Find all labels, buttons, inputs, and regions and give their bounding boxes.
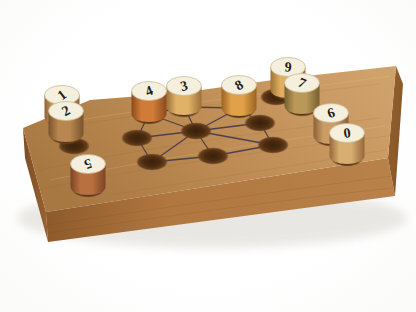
peg-6-number: 6 [284, 59, 292, 75]
puzzle-board-scene: 6738412905 [0, 0, 416, 312]
peg-0[interactable]: 0 [330, 124, 365, 167]
peg-3[interactable]: 3 [167, 77, 202, 118]
web-hole-W[interactable] [122, 130, 153, 147]
product-photo: 6738412905 [0, 0, 416, 312]
peg-2[interactable]: 2 [49, 102, 84, 145]
web-hole-SW[interactable] [137, 154, 168, 171]
web-hole-center[interactable] [181, 123, 212, 140]
peg-5[interactable]: 5 [71, 155, 106, 198]
peg-4[interactable]: 4 [132, 82, 167, 125]
web-hole-S[interactable] [198, 148, 229, 165]
web-hole-E[interactable] [245, 115, 276, 132]
web-hole-SE[interactable] [258, 137, 289, 154]
peg-8[interactable]: 8 [222, 76, 257, 119]
